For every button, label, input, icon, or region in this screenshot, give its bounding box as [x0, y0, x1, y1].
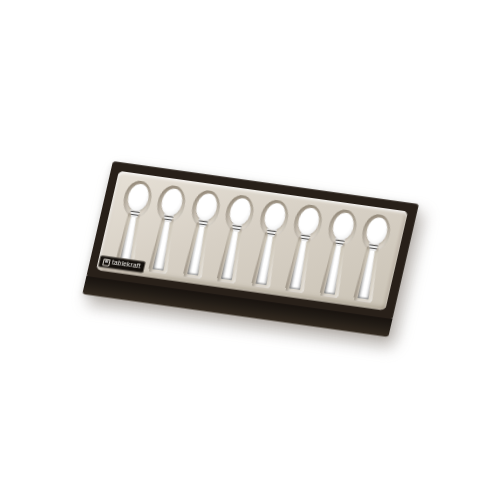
spoon-handle [187, 225, 207, 276]
photo-background: tk tablekraft [0, 0, 500, 500]
spoon-bowl [295, 206, 321, 236]
spoon-bowl [329, 211, 355, 241]
spoon-bowl [261, 201, 287, 231]
spoon-slot-row [105, 176, 397, 303]
spoon-handle [221, 230, 241, 281]
spoon-bowl [227, 197, 253, 227]
gift-box: tk tablekraft [82, 161, 419, 337]
spoon-handle [255, 235, 275, 286]
spoon-handle [289, 240, 309, 291]
brand-label-text: tablekraft [111, 260, 141, 270]
spoon-handle [323, 244, 343, 295]
spoon-handle [357, 249, 377, 300]
spoon-bowl [159, 187, 185, 217]
spoon-handle [153, 220, 173, 271]
spoon-bowl [363, 216, 389, 246]
tablekraft-logo-icon: tk [102, 258, 111, 266]
spoon-bowl [193, 192, 219, 222]
spoon-bowl [125, 182, 151, 212]
